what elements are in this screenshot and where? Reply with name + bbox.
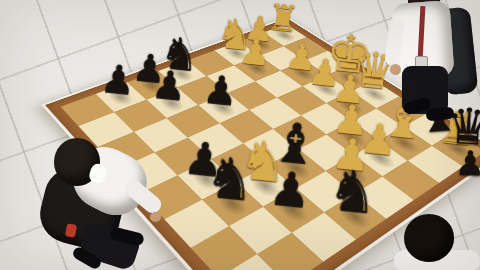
square-g5 [178,76,228,105]
player-bottom-right [394,210,480,270]
piece-white-pawn: ♟ [229,9,289,48]
captured-black-pawn: ♟ [454,145,480,180]
square-h2: ♟ [239,33,283,56]
piece-white-pawn: ♟ [292,51,357,94]
square-h6: ♟ [128,71,178,99]
piece-black-pawn: ♟ [135,62,205,108]
piece-white-king: ♚ [317,25,382,82]
hand [390,64,401,75]
square-f3 [255,70,303,97]
square-f2: ♟ [280,60,327,86]
piece-white-rook: ♜ [254,0,313,39]
square-e1: ♚ [327,65,374,91]
bystander-top-right [382,0,480,136]
square-a7 [257,233,324,270]
square-a5: ♞ [325,194,386,239]
shoe [425,107,454,122]
piece-black-pawn: ♟ [83,57,153,103]
hand [150,212,161,222]
square-f4 [227,81,277,110]
square-f1 [305,51,350,76]
square-h1: ♜ [264,24,307,46]
hair [404,214,454,262]
square-h7: ♟ [95,82,146,112]
piece-black-pawn: ♟ [186,67,256,113]
piece-black-pawn: ♟ [116,46,184,90]
piece-white-pawn: ♟ [270,36,334,77]
piece-black-knight: ♞ [147,28,213,78]
piece-white-knight: ♞ [204,11,266,58]
square-h5: ♞ [158,61,206,88]
piece-white-pawn: ♟ [223,31,287,72]
square-g2 [259,46,304,70]
square-f5: ♟ [198,93,249,124]
square-h8 [61,94,114,126]
square-h4 [187,51,234,76]
player-left [16,136,176,270]
square-g1 [284,37,328,60]
square-h3: ♞ [214,41,259,65]
square-g6: ♟ [147,87,198,117]
piece-black-knight: ♞ [188,146,273,210]
photo-frame: ♜♚♛♜♟♟♟♟♝♞♟♟♟♟♞♟♝♞♟♟♞♟♟♟♞ ♝♛♟ [0,0,480,270]
square-g3: ♟ [234,55,281,81]
square-g4 [207,65,255,92]
